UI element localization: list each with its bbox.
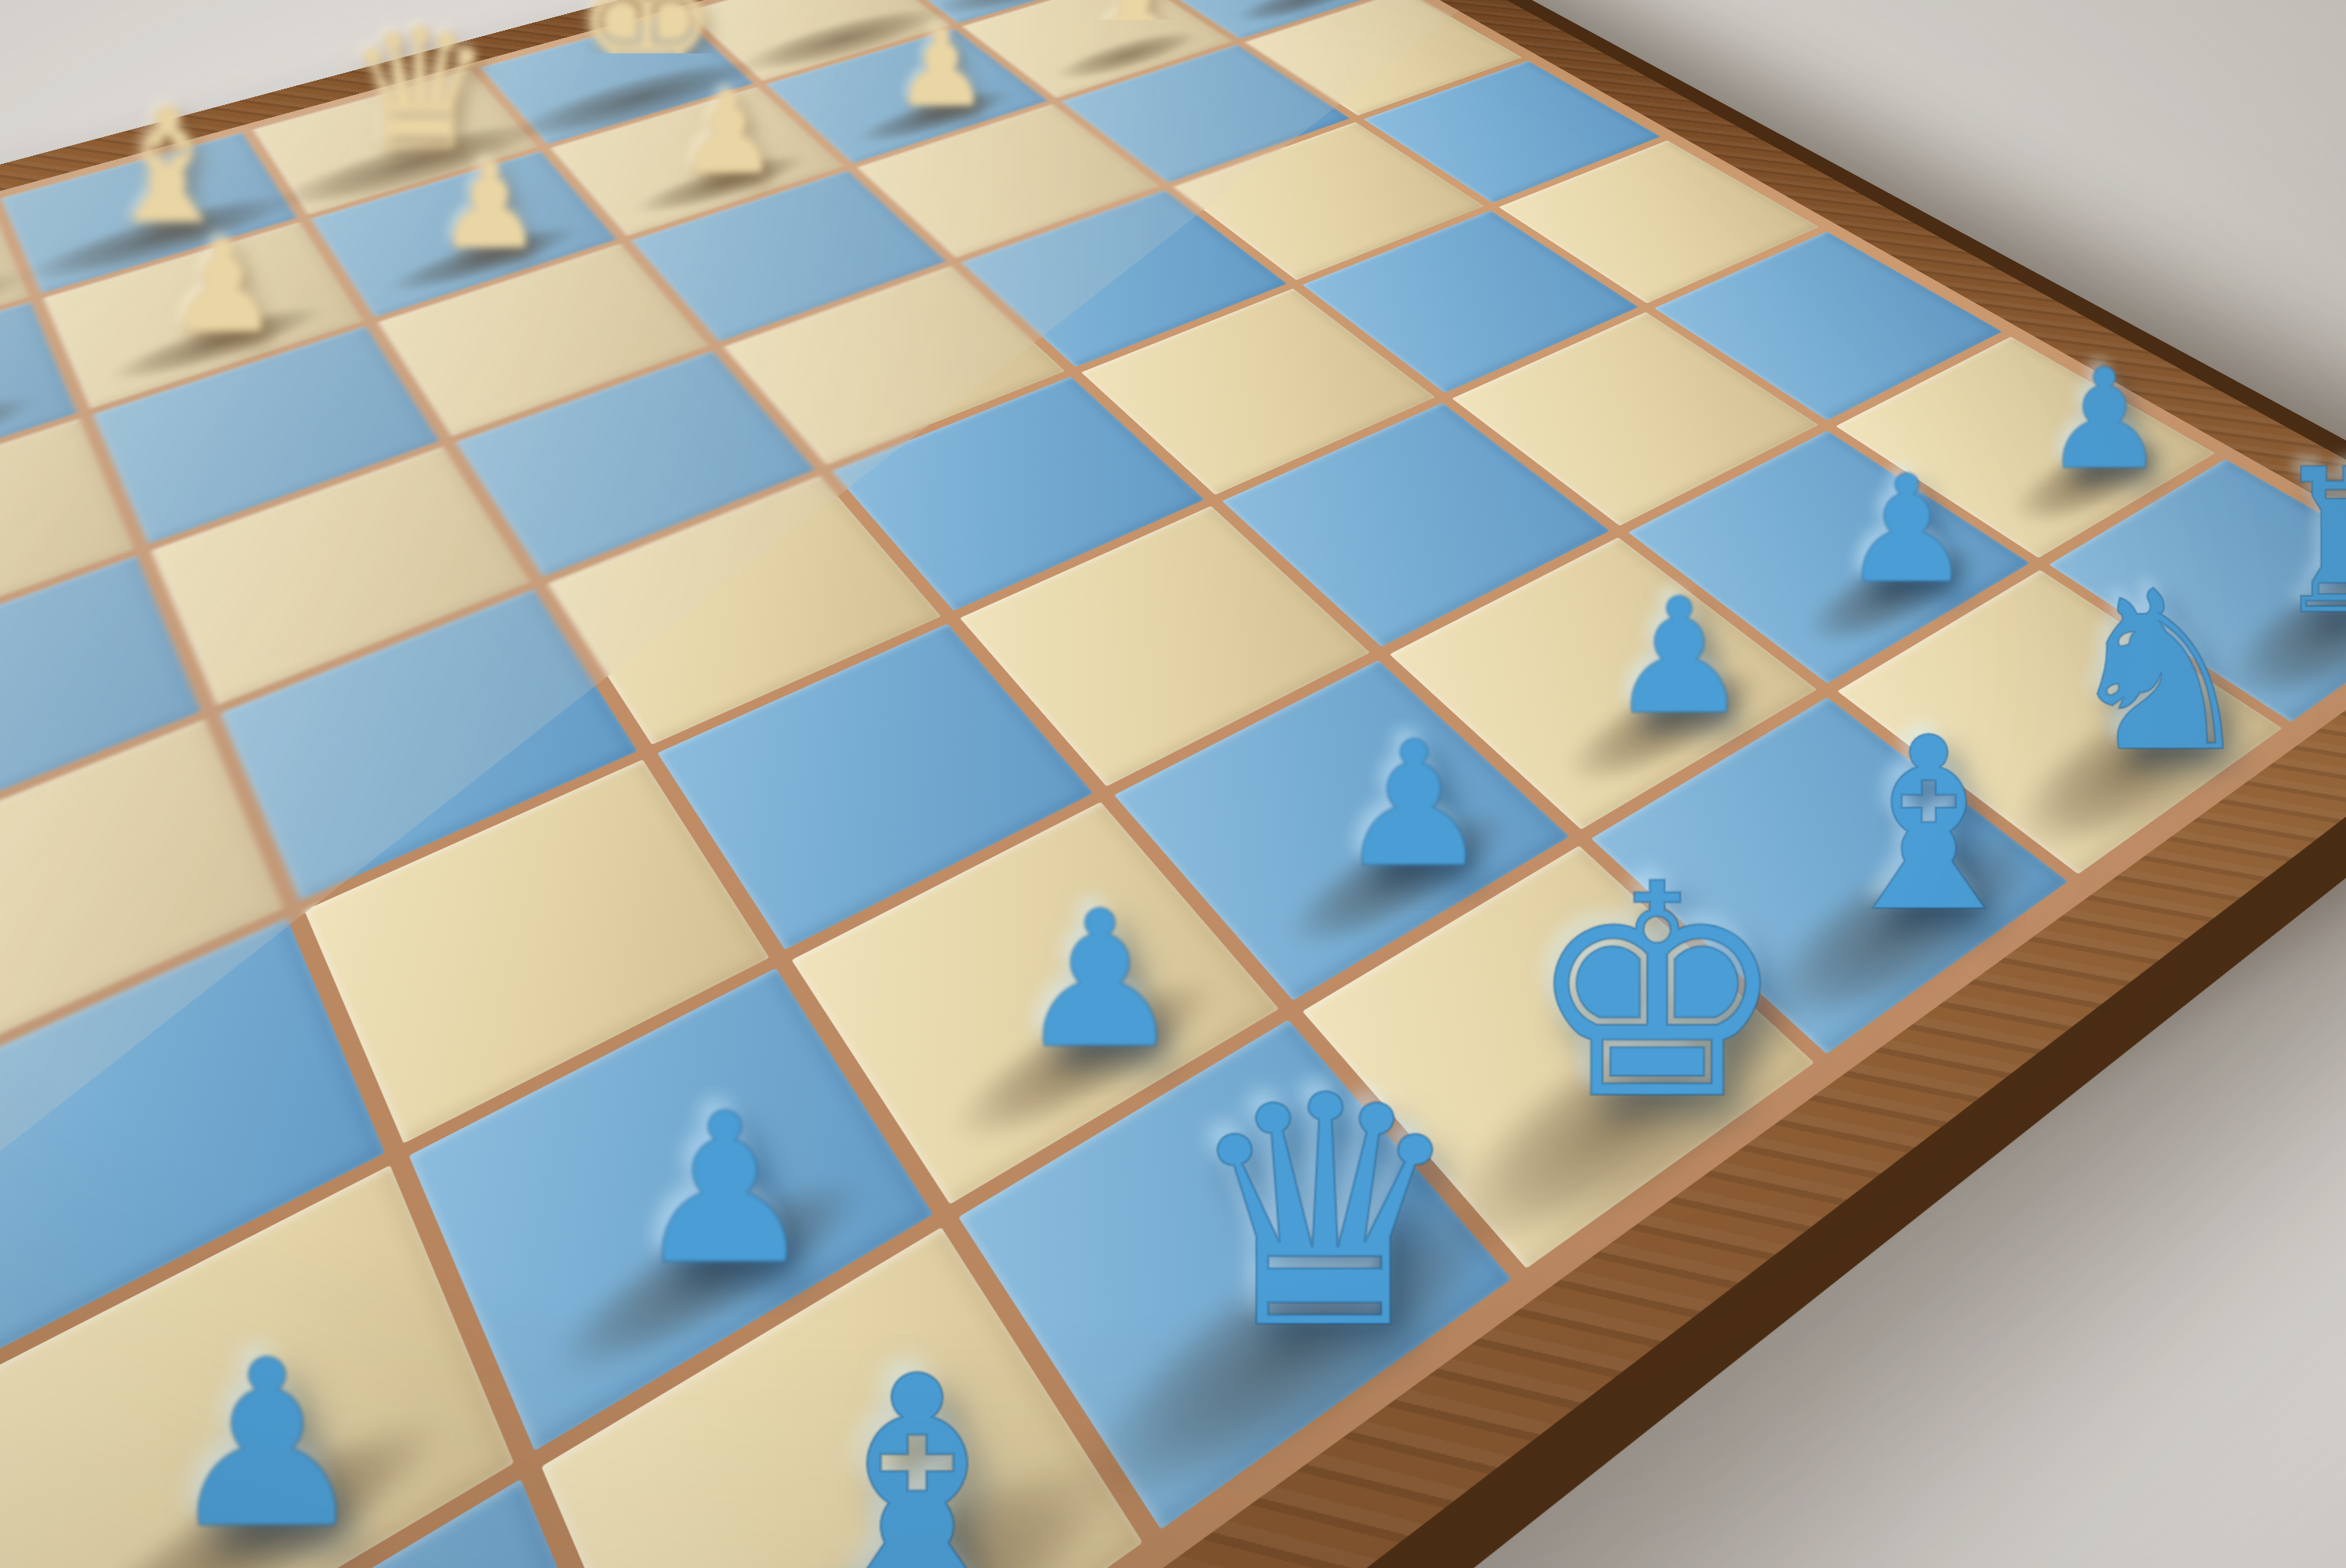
piece-blue-queen[interactable]: ♛ <box>1092 1054 1557 1372</box>
square-r3-c1[interactable] <box>0 556 201 855</box>
square-r4-c1[interactable] <box>0 720 283 1086</box>
piece-blue-pawn[interactable]: ♟ <box>499 1086 950 1294</box>
square-r5-c1[interactable] <box>0 918 384 1377</box>
square-r4-c2[interactable] <box>220 589 637 901</box>
piece-blue-pawn[interactable]: ♟ <box>17 1330 517 1560</box>
piece-blue-bishop[interactable]: ♝ <box>659 1334 1176 1568</box>
square-r4-c3[interactable] <box>547 476 941 745</box>
square-r3-c2[interactable] <box>151 447 529 706</box>
scene: ♜♞♝♛♚♝♞♜♟♟♟♟♟♟♟♟♟♟♟♟♟♟♟♟♜♞♝♛♚♝♞♜ <box>0 0 2346 1568</box>
